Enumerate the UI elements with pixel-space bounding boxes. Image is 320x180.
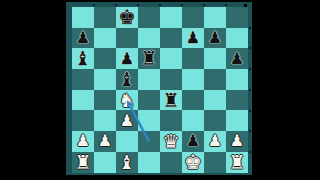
piece-white-pawn[interactable]: ♟	[76, 133, 90, 149]
square-g3[interactable]	[204, 110, 226, 131]
square-d7[interactable]	[138, 28, 160, 49]
frame-tick	[249, 130, 251, 132]
letterboxed-stage: ♚♟♟♟♝♟♜♟♝♞♜♟♟♟♛♟♟♟♜♝♚♜	[0, 0, 320, 180]
square-e5[interactable]	[160, 69, 182, 90]
square-d3[interactable]	[138, 110, 160, 131]
square-h1[interactable]: ♜	[226, 152, 248, 173]
square-h2[interactable]: ♟	[226, 131, 248, 152]
square-b8[interactable]	[94, 7, 116, 28]
square-c5[interactable]: ♝	[116, 69, 138, 90]
square-h6[interactable]: ♟	[226, 48, 248, 69]
piece-black-pawn[interactable]: ♟	[76, 30, 90, 46]
square-g1[interactable]	[204, 152, 226, 173]
frame-tick	[249, 68, 251, 70]
square-f8[interactable]	[182, 7, 204, 28]
square-b1[interactable]	[94, 152, 116, 173]
square-b5[interactable]	[94, 69, 116, 90]
square-e8[interactable]	[160, 7, 182, 28]
frame-tick	[249, 27, 251, 29]
square-b4[interactable]	[94, 90, 116, 111]
piece-black-pawn[interactable]: ♟	[186, 133, 200, 149]
piece-white-bishop[interactable]: ♝	[118, 152, 135, 171]
square-h8[interactable]	[226, 7, 248, 28]
square-d4[interactable]	[138, 90, 160, 111]
piece-white-rook[interactable]: ♜	[228, 152, 245, 171]
square-a8[interactable]	[72, 7, 94, 28]
piece-black-pawn[interactable]: ♟	[186, 30, 200, 46]
square-a4[interactable]	[72, 90, 94, 111]
square-b7[interactable]	[94, 28, 116, 49]
piece-black-pawn[interactable]: ♟	[208, 30, 222, 46]
piece-white-queen[interactable]: ♛	[162, 131, 179, 150]
square-f6[interactable]	[182, 48, 204, 69]
piece-white-king[interactable]: ♚	[184, 152, 202, 172]
piece-white-pawn[interactable]: ♟	[230, 133, 244, 149]
square-g2[interactable]: ♟	[204, 131, 226, 152]
square-d6[interactable]: ♜	[138, 48, 160, 69]
square-e4[interactable]: ♜	[160, 90, 182, 111]
square-f1[interactable]: ♚	[182, 152, 204, 173]
square-b2[interactable]: ♟	[94, 131, 116, 152]
square-c3[interactable]: ♟	[116, 110, 138, 131]
square-f4[interactable]	[182, 90, 204, 111]
chess-board: ♚♟♟♟♝♟♜♟♝♞♜♟♟♟♛♟♟♟♜♝♚♜	[72, 7, 248, 173]
board-panel: ♚♟♟♟♝♟♜♟♝♞♜♟♟♟♛♟♟♟♜♝♚♜	[66, 2, 252, 175]
piece-black-pawn[interactable]: ♟	[120, 50, 134, 66]
square-a2[interactable]: ♟	[72, 131, 94, 152]
square-g7[interactable]: ♟	[204, 28, 226, 49]
square-e6[interactable]	[160, 48, 182, 69]
square-c7[interactable]	[116, 28, 138, 49]
square-h5[interactable]	[226, 69, 248, 90]
square-c4[interactable]: ♞	[116, 90, 138, 111]
square-a1[interactable]: ♜	[72, 152, 94, 173]
piece-black-king[interactable]: ♚	[118, 7, 136, 27]
square-g8[interactable]	[204, 7, 226, 28]
piece-black-rook[interactable]: ♜	[140, 49, 157, 68]
frame-tick	[93, 4, 95, 6]
square-f5[interactable]	[182, 69, 204, 90]
square-h3[interactable]	[226, 110, 248, 131]
square-a5[interactable]	[72, 69, 94, 90]
piece-black-rook[interactable]: ♜	[162, 90, 179, 109]
piece-white-knight[interactable]: ♞	[118, 90, 135, 109]
square-e2[interactable]: ♛	[160, 131, 182, 152]
square-c2[interactable]	[116, 131, 138, 152]
square-c6[interactable]: ♟	[116, 48, 138, 69]
square-a6[interactable]: ♝	[72, 48, 94, 69]
frame-tick	[137, 4, 139, 6]
square-e7[interactable]	[160, 28, 182, 49]
square-c1[interactable]: ♝	[116, 152, 138, 173]
square-d2[interactable]	[138, 131, 160, 152]
frame-tick	[225, 4, 227, 6]
square-c8[interactable]: ♚	[116, 7, 138, 28]
square-f3[interactable]	[182, 110, 204, 131]
square-g6[interactable]	[204, 48, 226, 69]
square-a7[interactable]: ♟	[72, 28, 94, 49]
piece-white-rook[interactable]: ♜	[74, 152, 91, 171]
frame-corner-dot	[244, 4, 247, 7]
square-e1[interactable]	[160, 152, 182, 173]
square-e3[interactable]	[160, 110, 182, 131]
frame-tick	[159, 4, 161, 6]
square-d5[interactable]	[138, 69, 160, 90]
piece-black-bishop[interactable]: ♝	[118, 69, 135, 88]
square-a3[interactable]	[72, 110, 94, 131]
square-h4[interactable]	[226, 90, 248, 111]
frame-tick	[115, 4, 117, 6]
square-d1[interactable]	[138, 152, 160, 173]
frame-tick	[249, 89, 251, 91]
square-h7[interactable]	[226, 28, 248, 49]
frame-tick	[249, 151, 251, 153]
frame-tick	[181, 4, 183, 6]
frame-tick	[203, 4, 205, 6]
square-g4[interactable]	[204, 90, 226, 111]
piece-white-pawn[interactable]: ♟	[208, 133, 222, 149]
square-f7[interactable]: ♟	[182, 28, 204, 49]
square-d8[interactable]	[138, 7, 160, 28]
square-g5[interactable]	[204, 69, 226, 90]
piece-white-pawn[interactable]: ♟	[98, 133, 112, 149]
piece-white-pawn[interactable]: ♟	[120, 112, 134, 128]
piece-black-pawn[interactable]: ♟	[230, 50, 244, 66]
square-b6[interactable]	[94, 48, 116, 69]
square-b3[interactable]	[94, 110, 116, 131]
frame-tick	[249, 110, 251, 112]
frame-tick	[249, 47, 251, 49]
piece-black-bishop[interactable]: ♝	[74, 49, 91, 68]
